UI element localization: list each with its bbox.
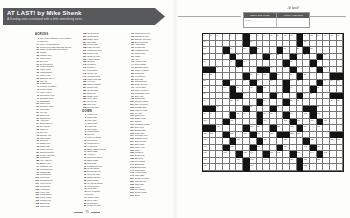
cell-number: 62 (257, 79, 259, 81)
cell-number: 112 (277, 125, 280, 127)
cell-number: 154 (250, 164, 253, 166)
cell-number: 102 (203, 119, 206, 121)
cell-number: 17 (324, 34, 326, 36)
down-clue: 163Exist (130, 194, 173, 197)
clue-text: Ready to pick (87, 204, 125, 207)
cell-number: 124 (203, 138, 206, 140)
grid-cell (337, 164, 344, 171)
cell-number: 81 (203, 99, 205, 101)
cell-number: 2 (210, 34, 211, 36)
clue-columns: ACROSS1City in the shadow of Mt. Rainier… (35, 32, 173, 208)
cell-number: 73 (264, 86, 266, 88)
cell-number: 141 (270, 151, 273, 153)
cell-number: 106 (297, 119, 300, 121)
cell-number: 33 (250, 53, 252, 55)
cell-number: 151 (304, 158, 307, 160)
cell-number: 91 (277, 105, 279, 107)
grid-cell (323, 164, 330, 171)
cell-number: 68 (337, 79, 339, 81)
cell-number: 152 (317, 158, 320, 160)
cell-number: 150 (290, 158, 293, 160)
cell-number: 116 (203, 132, 206, 134)
clue-text: Poet's dusk (87, 106, 125, 109)
cell-number: 97 (264, 112, 266, 114)
cell-number: 109 (217, 125, 220, 127)
cell-number: 5 (230, 34, 231, 36)
header-rule-right (310, 16, 346, 17)
cell-number: 28 (297, 47, 299, 49)
cell-number: 34 (270, 53, 272, 55)
cell-number: 39 (203, 60, 205, 62)
cell-number: 134 (284, 145, 287, 147)
cell-number: 71 (237, 86, 239, 88)
cell-number: 53 (250, 73, 252, 75)
cell-number: 3 (217, 34, 218, 36)
cell-number: 18 (330, 34, 332, 36)
script-note: At last! (258, 5, 328, 10)
cell-number: 75 (317, 86, 319, 88)
cell-number: 79 (304, 92, 306, 94)
cell-number: 8 (257, 34, 258, 36)
cell-number: 63 (270, 79, 272, 81)
title-banner: AT LAST! by Mike Shenk A Sunday-size cro… (3, 8, 165, 25)
cell-number: 40 (230, 60, 232, 62)
cell-number: 94 (210, 112, 212, 114)
cell-number: 26 (257, 47, 259, 49)
grid-cell: 155 (303, 164, 310, 171)
cell-number: 56 (277, 73, 279, 75)
cell-number: 92 (317, 105, 319, 107)
cell-number: 87 (330, 99, 332, 101)
cell-number: 148 (250, 158, 253, 160)
grid-cell (216, 164, 223, 171)
cell-number: 50 (324, 66, 326, 68)
cell-number: 136 (317, 145, 320, 147)
cell-number: 139 (244, 151, 247, 153)
puzzle-subtitle: A Sunday-size crossword with a little so… (7, 17, 165, 21)
cell-number: 45 (237, 66, 239, 68)
page-number-rule-left (74, 212, 83, 213)
cell-number: 38 (324, 53, 326, 55)
cell-number: 114 (304, 125, 307, 127)
cell-number: 72 (250, 86, 252, 88)
cell-number: 27 (284, 47, 286, 49)
cell-number: 113 (290, 125, 293, 127)
across-clue: 166Poet's dusk (82, 106, 125, 109)
grid-cell (223, 164, 230, 171)
cell-number: 153 (203, 164, 206, 166)
across-clue: 116Choir robe (35, 205, 78, 208)
info-table-body-left: Time ___ : ___ (244, 18, 277, 27)
cell-number: 118 (230, 132, 233, 134)
grid-cell-black (297, 164, 304, 171)
cell-number: 9 (264, 34, 265, 36)
cell-number: 42 (290, 60, 292, 62)
grid-cell (257, 164, 264, 171)
grid-cell (236, 164, 243, 171)
cell-number: 74 (290, 86, 292, 88)
across-heading: ACROSS (35, 33, 78, 36)
cell-number: 137 (203, 151, 206, 153)
cell-number: 15 (310, 34, 312, 36)
cell-number: 145 (324, 151, 327, 153)
cell-number: 67 (330, 79, 332, 81)
cell-number: 86 (297, 99, 299, 101)
cell-number: 110 (250, 125, 253, 127)
cell-number: 47 (284, 66, 286, 68)
cell-number: 135 (304, 145, 307, 147)
cell-number: 76 (203, 92, 205, 94)
puzzle-title: AT LAST! by Mike Shenk (7, 10, 165, 17)
cell-number: 119 (244, 132, 247, 134)
clue-text: Exist (135, 194, 173, 197)
cell-number: 149 (264, 158, 267, 160)
cell-number: 58 (304, 73, 306, 75)
info-table: SOLVING TIME YOUR ANSWER Time ___ : ___ (243, 12, 310, 28)
cell-number: 129 (330, 138, 333, 140)
grid-cell (210, 164, 217, 171)
down-clue: 52Ready to pick (82, 204, 125, 207)
cell-number: 12 (284, 34, 286, 36)
cell-number: 59 (203, 79, 205, 81)
cell-number: 90 (250, 105, 252, 107)
header-rule-left (178, 16, 241, 17)
cell-number: 140 (250, 151, 253, 153)
cell-number: 132 (230, 145, 233, 147)
clue-text: Choir robe (40, 205, 78, 208)
cell-number: 29 (310, 47, 312, 49)
cell-number: 89 (217, 105, 219, 107)
book-spread: AT LAST! by Mike Shenk A Sunday-size cro… (0, 0, 350, 218)
cell-number: 121 (270, 132, 273, 134)
cell-number: 98 (270, 112, 272, 114)
grid-cell (283, 164, 290, 171)
cell-number: 104 (264, 119, 267, 121)
cell-number: 31 (223, 53, 225, 55)
cell-number: 125 (237, 138, 240, 140)
cell-number: 57 (290, 73, 292, 75)
cell-number: 93 (203, 112, 205, 114)
cell-number: 51 (203, 73, 205, 75)
cell-number: 128 (310, 138, 313, 140)
grid-cell-black (243, 164, 250, 171)
cell-number: 60 (230, 79, 232, 81)
cell-number: 37 (304, 53, 306, 55)
page-gutter (172, 0, 179, 218)
grid-cell (270, 164, 277, 171)
cell-number: 30 (203, 53, 205, 55)
cell-number: 146 (203, 158, 206, 160)
cell-number: 144 (310, 151, 313, 153)
cell-number: 4 (223, 34, 224, 36)
cell-number: 21 (250, 40, 252, 42)
grid-cell (330, 164, 337, 171)
cell-number: 78 (277, 92, 279, 94)
cell-number: 69 (203, 86, 205, 88)
cell-number: 155 (304, 164, 307, 166)
cell-number: 130 (337, 138, 340, 140)
cell-number: 84 (264, 99, 266, 101)
cell-number: 1 (203, 34, 204, 36)
cell-number: 120 (257, 132, 260, 134)
cell-number: 52 (210, 73, 212, 75)
cell-number: 54 (257, 73, 259, 75)
cell-number: 83 (237, 99, 239, 101)
cell-number: 70 (223, 86, 225, 88)
cell-number: 44 (217, 66, 219, 68)
cell-number: 19 (337, 34, 339, 36)
cell-number: 22 (304, 40, 306, 42)
cell-number: 23 (203, 47, 205, 49)
cell-number: 108 (324, 119, 327, 121)
cell-number: 24 (230, 47, 232, 49)
cell-number: 107 (310, 119, 313, 121)
cell-number: 126 (264, 138, 267, 140)
grid-cell: 154 (250, 164, 257, 171)
cell-number: 88 (337, 99, 339, 101)
grid-cell (230, 164, 237, 171)
cell-number: 123 (297, 132, 300, 134)
cell-number: 131 (203, 145, 206, 147)
crossword-grid: 1234567891011121314151617181920212223242… (202, 33, 344, 172)
cell-number: 111 (257, 125, 260, 127)
cell-number: 85 (290, 99, 292, 101)
cell-number: 35 (277, 53, 279, 55)
cell-number: 117 (210, 132, 213, 134)
cell-number: 20 (203, 40, 205, 42)
cell-number: 65 (297, 79, 299, 81)
info-table-body-row: Time ___ : ___ (244, 18, 309, 27)
cell-number: 143 (297, 151, 300, 153)
cell-number: 138 (223, 151, 226, 153)
cell-number: 96 (244, 112, 246, 114)
grid-cell (277, 164, 284, 171)
cell-number: 101 (317, 112, 320, 114)
grid-cell (310, 164, 317, 171)
grid-cell (290, 164, 297, 171)
cell-number: 25 (244, 47, 246, 49)
cell-number: 105 (284, 119, 287, 121)
cell-number: 66 (324, 79, 326, 81)
cell-number: 11 (277, 34, 279, 36)
cell-number: 77 (244, 92, 246, 94)
cell-number: 95 (237, 112, 239, 114)
cell-number: 80 (310, 92, 312, 94)
cell-number: 82 (230, 99, 232, 101)
info-table-body-right (277, 18, 309, 27)
cell-number: 49 (310, 66, 312, 68)
cell-number: 99 (290, 112, 292, 114)
cell-number: 10 (270, 34, 272, 36)
cell-number: 122 (290, 132, 293, 134)
grid-cell (263, 164, 270, 171)
grid-cell: 153 (203, 164, 210, 171)
cell-number: 142 (277, 151, 280, 153)
cell-number: 133 (257, 145, 260, 147)
cell-number: 103 (230, 119, 233, 121)
cell-number: 16 (317, 34, 319, 36)
cell-number: 7 (250, 34, 251, 36)
cell-number: 41 (244, 60, 246, 62)
cell-number: 147 (237, 158, 240, 160)
cell-number: 6 (237, 34, 238, 36)
cell-number: 36 (297, 53, 299, 55)
page-number-rule-right (91, 212, 100, 213)
cell-number: 61 (244, 79, 246, 81)
cell-number: 13 (290, 34, 292, 36)
page-number-text: 75 (85, 210, 89, 214)
page-number: 75 (55, 210, 119, 214)
cell-number: 127 (284, 138, 287, 140)
cell-number: 55 (264, 73, 266, 75)
cell-number: 100 (304, 112, 307, 114)
cell-number: 14 (304, 34, 306, 36)
cell-number: 48 (297, 66, 299, 68)
cell-number: 46 (270, 66, 272, 68)
down-heading: DOWN (82, 110, 125, 113)
cell-number: 64 (290, 79, 292, 81)
cell-number: 32 (237, 53, 239, 55)
grid-cell (317, 164, 324, 171)
cell-number: 115 (317, 125, 320, 127)
cell-number: 43 (317, 60, 319, 62)
